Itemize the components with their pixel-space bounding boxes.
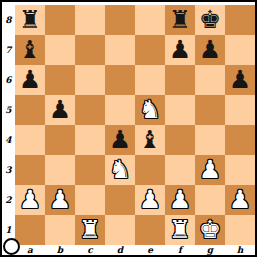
black-rook: ♜ xyxy=(19,7,41,32)
square-d3[interactable]: ♞ xyxy=(105,155,135,185)
square-c1[interactable]: ♜ xyxy=(75,215,105,245)
square-a6[interactable]: ♟ xyxy=(15,65,45,95)
square-d1[interactable] xyxy=(105,215,135,245)
square-a2[interactable]: ♟ xyxy=(15,185,45,215)
file-label-b: b xyxy=(45,245,75,256)
square-h8[interactable] xyxy=(225,5,255,35)
square-h4[interactable] xyxy=(225,125,255,155)
square-h3[interactable] xyxy=(225,155,255,185)
square-a1[interactable] xyxy=(15,215,45,245)
chess-diagram: 87654321 ♜♜♚♝♟♟♟♟♟♞♟♝♞♟♟♟♟♟♟♜♜♚ abcdefgh xyxy=(0,0,257,257)
square-c3[interactable] xyxy=(75,155,105,185)
square-d4[interactable]: ♟ xyxy=(105,125,135,155)
square-a5[interactable] xyxy=(15,95,45,125)
file-label-d: d xyxy=(105,245,135,256)
white-rook: ♜ xyxy=(79,217,101,242)
square-b7[interactable] xyxy=(45,35,75,65)
square-f7[interactable]: ♟ xyxy=(165,35,195,65)
square-c5[interactable] xyxy=(75,95,105,125)
square-g1[interactable]: ♚ xyxy=(195,215,225,245)
square-c8[interactable] xyxy=(75,5,105,35)
file-labels: abcdefgh xyxy=(15,245,255,256)
rank-label-3: 3 xyxy=(2,155,15,185)
square-b4[interactable] xyxy=(45,125,75,155)
rank-label-6: 6 xyxy=(2,65,15,95)
chess-board: ♜♜♚♝♟♟♟♟♟♞♟♝♞♟♟♟♟♟♟♜♜♚ xyxy=(15,5,255,245)
white-to-move-indicator xyxy=(3,238,20,255)
square-c4[interactable] xyxy=(75,125,105,155)
square-a8[interactable]: ♜ xyxy=(15,5,45,35)
square-g3[interactable]: ♟ xyxy=(195,155,225,185)
square-e2[interactable]: ♟ xyxy=(135,185,165,215)
black-pawn: ♟ xyxy=(49,97,71,122)
square-h6[interactable]: ♟ xyxy=(225,65,255,95)
rank-labels: 87654321 xyxy=(2,5,15,245)
square-h7[interactable] xyxy=(225,35,255,65)
square-d7[interactable] xyxy=(105,35,135,65)
square-b6[interactable] xyxy=(45,65,75,95)
white-rook: ♜ xyxy=(169,217,191,242)
rank-label-7: 7 xyxy=(2,35,15,65)
square-g7[interactable]: ♟ xyxy=(195,35,225,65)
rank-label-8: 8 xyxy=(2,5,15,35)
square-e3[interactable] xyxy=(135,155,165,185)
white-pawn: ♟ xyxy=(139,187,161,212)
square-d6[interactable] xyxy=(105,65,135,95)
square-c7[interactable] xyxy=(75,35,105,65)
black-pawn: ♟ xyxy=(109,127,131,152)
file-label-c: c xyxy=(75,245,105,256)
square-f2[interactable]: ♟ xyxy=(165,185,195,215)
square-b1[interactable] xyxy=(45,215,75,245)
square-e8[interactable] xyxy=(135,5,165,35)
square-e6[interactable] xyxy=(135,65,165,95)
square-b5[interactable]: ♟ xyxy=(45,95,75,125)
square-h1[interactable] xyxy=(225,215,255,245)
white-knight: ♞ xyxy=(109,157,131,182)
square-g4[interactable] xyxy=(195,125,225,155)
square-f6[interactable] xyxy=(165,65,195,95)
rank-label-4: 4 xyxy=(2,125,15,155)
square-f8[interactable]: ♜ xyxy=(165,5,195,35)
white-knight: ♞ xyxy=(139,97,161,122)
black-pawn: ♟ xyxy=(169,37,191,62)
file-label-e: e xyxy=(135,245,165,256)
square-a3[interactable] xyxy=(15,155,45,185)
black-bishop: ♝ xyxy=(139,127,161,152)
black-rook: ♜ xyxy=(169,7,191,32)
square-e1[interactable] xyxy=(135,215,165,245)
file-label-h: h xyxy=(225,245,255,256)
black-king: ♚ xyxy=(199,7,221,32)
square-f3[interactable] xyxy=(165,155,195,185)
square-e5[interactable]: ♞ xyxy=(135,95,165,125)
square-e7[interactable] xyxy=(135,35,165,65)
square-h2[interactable]: ♟ xyxy=(225,185,255,215)
black-pawn: ♟ xyxy=(229,67,251,92)
rank-label-5: 5 xyxy=(2,95,15,125)
square-c2[interactable] xyxy=(75,185,105,215)
square-h5[interactable] xyxy=(225,95,255,125)
square-d5[interactable] xyxy=(105,95,135,125)
square-g8[interactable]: ♚ xyxy=(195,5,225,35)
square-f4[interactable] xyxy=(165,125,195,155)
square-d8[interactable] xyxy=(105,5,135,35)
square-b8[interactable] xyxy=(45,5,75,35)
square-g5[interactable] xyxy=(195,95,225,125)
white-pawn: ♟ xyxy=(49,187,71,212)
black-pawn: ♟ xyxy=(19,67,41,92)
square-f5[interactable] xyxy=(165,95,195,125)
square-d2[interactable] xyxy=(105,185,135,215)
file-label-g: g xyxy=(195,245,225,256)
square-g6[interactable] xyxy=(195,65,225,95)
white-pawn: ♟ xyxy=(199,157,221,182)
square-b3[interactable] xyxy=(45,155,75,185)
black-bishop: ♝ xyxy=(19,37,41,62)
white-pawn: ♟ xyxy=(229,187,251,212)
square-e4[interactable]: ♝ xyxy=(135,125,165,155)
square-g2[interactable] xyxy=(195,185,225,215)
rank-label-2: 2 xyxy=(2,185,15,215)
square-f1[interactable]: ♜ xyxy=(165,215,195,245)
white-pawn: ♟ xyxy=(169,187,191,212)
white-king: ♚ xyxy=(199,217,221,242)
square-a7[interactable]: ♝ xyxy=(15,35,45,65)
square-a4[interactable] xyxy=(15,125,45,155)
white-pawn: ♟ xyxy=(19,187,41,212)
square-b2[interactable]: ♟ xyxy=(45,185,75,215)
square-c6[interactable] xyxy=(75,65,105,95)
black-pawn: ♟ xyxy=(199,37,221,62)
file-label-f: f xyxy=(165,245,195,256)
